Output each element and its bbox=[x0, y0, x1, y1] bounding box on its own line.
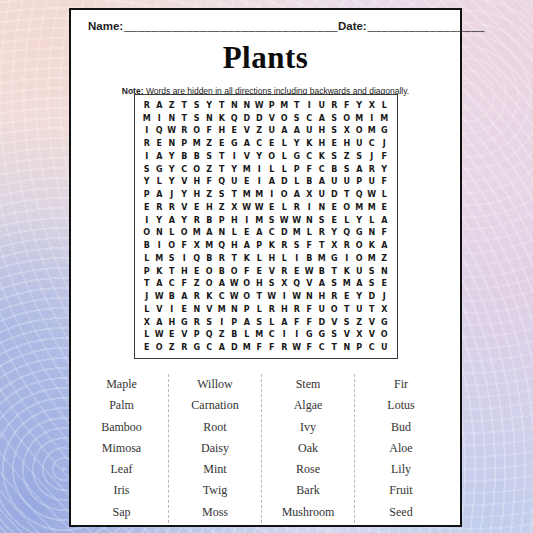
grid-cell[interactable]: O bbox=[353, 239, 366, 252]
grid-cell[interactable]: G bbox=[328, 252, 341, 265]
grid-cell[interactable]: T bbox=[228, 252, 241, 265]
grid-cell[interactable]: P bbox=[266, 99, 279, 112]
grid-cell[interactable]: L bbox=[378, 188, 391, 201]
grid-cell[interactable]: U bbox=[316, 99, 329, 112]
grid-cell[interactable]: I bbox=[166, 303, 179, 316]
grid-cell[interactable]: Q bbox=[228, 112, 241, 125]
grid-cell[interactable]: M bbox=[291, 227, 304, 240]
grid-cell[interactable]: O bbox=[341, 112, 354, 125]
grid-cell[interactable]: S bbox=[328, 125, 341, 138]
grid-cell[interactable]: V bbox=[153, 303, 166, 316]
grid-cell[interactable]: R bbox=[328, 290, 341, 303]
grid-cell[interactable]: M bbox=[353, 201, 366, 214]
grid-cell[interactable]: A bbox=[241, 239, 254, 252]
grid-cell[interactable]: S bbox=[253, 316, 266, 329]
grid-cell[interactable]: I bbox=[278, 329, 291, 342]
grid-cell[interactable]: J bbox=[378, 137, 391, 150]
grid-cell[interactable]: N bbox=[228, 99, 241, 112]
grid-cell[interactable]: M bbox=[341, 278, 354, 291]
grid-cell[interactable]: T bbox=[328, 265, 341, 278]
grid-cell[interactable]: T bbox=[216, 150, 229, 163]
grid-cell[interactable]: H bbox=[191, 176, 204, 189]
grid-cell[interactable]: S bbox=[328, 278, 341, 291]
grid-cell[interactable]: E bbox=[328, 201, 341, 214]
grid-cell[interactable]: A bbox=[216, 341, 229, 354]
grid-cell[interactable]: M bbox=[191, 137, 204, 150]
grid-cell[interactable]: C bbox=[316, 163, 329, 176]
grid-cell[interactable]: K bbox=[341, 265, 354, 278]
grid-cell[interactable]: L bbox=[241, 329, 254, 342]
grid-cell[interactable]: E bbox=[178, 303, 191, 316]
grid-cell[interactable]: G bbox=[316, 329, 329, 342]
grid-cell[interactable]: H bbox=[266, 252, 279, 265]
grid-cell[interactable]: F bbox=[266, 341, 279, 354]
grid-cell[interactable]: N bbox=[203, 112, 216, 125]
grid-cell[interactable]: U bbox=[328, 176, 341, 189]
grid-cell[interactable]: E bbox=[328, 214, 341, 227]
grid-cell[interactable]: W bbox=[253, 201, 266, 214]
grid-cell[interactable]: X bbox=[341, 125, 354, 138]
grid-cell[interactable]: A bbox=[316, 112, 329, 125]
grid-cell[interactable]: I bbox=[228, 150, 241, 163]
grid-cell[interactable]: G bbox=[191, 341, 204, 354]
grid-cell[interactable]: Y bbox=[353, 99, 366, 112]
grid-cell[interactable]: A bbox=[216, 278, 229, 291]
grid-cell[interactable]: P bbox=[178, 137, 191, 150]
grid-cell[interactable]: Q bbox=[291, 278, 304, 291]
grid-cell[interactable]: M bbox=[241, 341, 254, 354]
grid-cell[interactable]: Y bbox=[203, 99, 216, 112]
grid-cell[interactable]: K bbox=[216, 112, 229, 125]
grid-cell[interactable]: W bbox=[241, 201, 254, 214]
grid-cell[interactable]: I bbox=[153, 112, 166, 125]
grid-cell[interactable]: X bbox=[328, 239, 341, 252]
grid-cell[interactable]: A bbox=[278, 125, 291, 138]
grid-cell[interactable]: E bbox=[378, 201, 391, 214]
grid-cell[interactable]: A bbox=[203, 227, 216, 240]
grid-cell[interactable]: P bbox=[141, 265, 154, 278]
grid-cell[interactable]: A bbox=[153, 316, 166, 329]
grid-cell[interactable]: V bbox=[366, 329, 379, 342]
grid-cell[interactable]: F bbox=[178, 278, 191, 291]
grid-cell[interactable]: T bbox=[366, 303, 379, 316]
grid-cell[interactable]: D bbox=[328, 188, 341, 201]
grid-cell[interactable]: D bbox=[253, 112, 266, 125]
grid-cell[interactable]: L bbox=[141, 303, 154, 316]
grid-cell[interactable]: U bbox=[353, 137, 366, 150]
grid-cell[interactable]: R bbox=[141, 137, 154, 150]
grid-cell[interactable]: F bbox=[303, 239, 316, 252]
grid-cell[interactable]: S bbox=[328, 150, 341, 163]
grid-cell[interactable]: O bbox=[191, 163, 204, 176]
grid-cell[interactable]: L bbox=[303, 227, 316, 240]
grid-cell[interactable]: U bbox=[228, 176, 241, 189]
grid-cell[interactable]: C bbox=[253, 137, 266, 150]
grid-cell[interactable]: B bbox=[191, 150, 204, 163]
grid-cell[interactable]: V bbox=[303, 278, 316, 291]
grid-cell[interactable]: B bbox=[216, 265, 229, 278]
grid-cell[interactable]: P bbox=[353, 176, 366, 189]
grid-cell[interactable]: N bbox=[166, 137, 179, 150]
grid-cell[interactable]: J bbox=[378, 290, 391, 303]
grid-cell[interactable]: H bbox=[341, 137, 354, 150]
grid-cell[interactable]: D bbox=[241, 112, 254, 125]
grid-cell[interactable]: U bbox=[316, 303, 329, 316]
grid-cell[interactable]: Z bbox=[191, 278, 204, 291]
grid-cell[interactable]: A bbox=[153, 278, 166, 291]
grid-cell[interactable]: V bbox=[266, 112, 279, 125]
grid-cell[interactable]: L bbox=[266, 163, 279, 176]
grid-cell[interactable]: I bbox=[303, 99, 316, 112]
grid-cell[interactable]: G bbox=[153, 163, 166, 176]
grid-cell[interactable]: P bbox=[353, 341, 366, 354]
grid-cell[interactable]: E bbox=[141, 201, 154, 214]
grid-cell[interactable]: H bbox=[253, 278, 266, 291]
grid-cell[interactable]: Y bbox=[166, 163, 179, 176]
grid-cell[interactable]: O bbox=[353, 252, 366, 265]
grid-cell[interactable]: Z bbox=[203, 137, 216, 150]
grid-cell[interactable]: M bbox=[316, 252, 329, 265]
grid-cell[interactable]: L bbox=[278, 252, 291, 265]
grid-cell[interactable]: C bbox=[216, 290, 229, 303]
grid-cell[interactable]: I bbox=[253, 163, 266, 176]
grid-cell[interactable]: X bbox=[278, 278, 291, 291]
grid-cell[interactable]: T bbox=[253, 290, 266, 303]
grid-cell[interactable]: O bbox=[178, 227, 191, 240]
grid-cell[interactable]: P bbox=[291, 163, 304, 176]
grid-cell[interactable]: A bbox=[316, 176, 329, 189]
grid-cell[interactable]: X bbox=[303, 188, 316, 201]
grid-cell[interactable]: J bbox=[141, 290, 154, 303]
grid-cell[interactable]: O bbox=[203, 278, 216, 291]
grid-cell[interactable]: G bbox=[228, 137, 241, 150]
grid-cell[interactable]: A bbox=[153, 150, 166, 163]
grid-cell[interactable]: Z bbox=[216, 329, 229, 342]
grid-cell[interactable]: L bbox=[228, 227, 241, 240]
grid-cell[interactable]: P bbox=[191, 329, 204, 342]
grid-cell[interactable]: M bbox=[253, 188, 266, 201]
grid-cell[interactable]: E bbox=[241, 227, 254, 240]
grid-cell[interactable]: W bbox=[291, 341, 304, 354]
grid-cell[interactable]: Q bbox=[153, 125, 166, 138]
grid-cell[interactable]: A bbox=[253, 227, 266, 240]
grid-cell[interactable]: M bbox=[153, 252, 166, 265]
grid-cell[interactable]: I bbox=[153, 239, 166, 252]
grid-cell[interactable]: B bbox=[203, 252, 216, 265]
grid-cell[interactable]: O bbox=[228, 265, 241, 278]
grid-cell[interactable]: L bbox=[266, 316, 279, 329]
grid-cell[interactable]: V bbox=[241, 125, 254, 138]
grid-cell[interactable]: M bbox=[366, 252, 379, 265]
grid-cell[interactable]: S bbox=[216, 188, 229, 201]
grid-cell[interactable]: V bbox=[178, 176, 191, 189]
grid-cell[interactable]: I bbox=[141, 214, 154, 227]
grid-cell[interactable]: E bbox=[266, 201, 279, 214]
grid-cell[interactable]: T bbox=[216, 99, 229, 112]
grid-cell[interactable]: W bbox=[228, 278, 241, 291]
grid-cell[interactable]: M bbox=[191, 227, 204, 240]
grid-cell[interactable]: Q bbox=[216, 239, 229, 252]
grid-cell[interactable]: K bbox=[203, 290, 216, 303]
grid-cell[interactable]: O bbox=[278, 112, 291, 125]
grid-cell[interactable]: R bbox=[178, 125, 191, 138]
grid-cell[interactable]: H bbox=[316, 137, 329, 150]
grid-cell[interactable]: W bbox=[153, 329, 166, 342]
grid-cell[interactable]: B bbox=[303, 176, 316, 189]
grid-cell[interactable]: M bbox=[378, 112, 391, 125]
grid-cell[interactable]: L bbox=[278, 150, 291, 163]
grid-cell[interactable]: Y bbox=[141, 176, 154, 189]
grid-cell[interactable]: S bbox=[316, 214, 329, 227]
grid-cell[interactable]: Z bbox=[166, 99, 179, 112]
grid-cell[interactable]: L bbox=[278, 137, 291, 150]
grid-cell[interactable]: F bbox=[378, 150, 391, 163]
grid-cell[interactable]: L bbox=[141, 252, 154, 265]
grid-cell[interactable]: Q bbox=[341, 227, 354, 240]
grid-cell[interactable]: F bbox=[303, 163, 316, 176]
grid-cell[interactable]: T bbox=[141, 278, 154, 291]
grid-cell[interactable]: O bbox=[341, 201, 354, 214]
grid-cell[interactable]: E bbox=[253, 265, 266, 278]
grid-cell[interactable]: A bbox=[378, 239, 391, 252]
grid-cell[interactable]: T bbox=[228, 188, 241, 201]
grid-cell[interactable]: X bbox=[191, 239, 204, 252]
grid-cell[interactable]: D bbox=[278, 227, 291, 240]
grid-cell[interactable]: L bbox=[253, 252, 266, 265]
grid-cell[interactable]: S bbox=[191, 112, 204, 125]
grid-cell[interactable]: M bbox=[203, 239, 216, 252]
grid-cell[interactable]: R bbox=[166, 201, 179, 214]
grid-cell[interactable]: M bbox=[241, 188, 254, 201]
grid-cell[interactable]: R bbox=[191, 316, 204, 329]
grid-cell[interactable]: L bbox=[141, 329, 154, 342]
grid-cell[interactable]: B bbox=[141, 239, 154, 252]
grid-cell[interactable]: M bbox=[241, 163, 254, 176]
grid-cell[interactable]: I bbox=[341, 252, 354, 265]
grid-cell[interactable]: V bbox=[203, 303, 216, 316]
grid-cell[interactable]: W bbox=[303, 265, 316, 278]
grid-cell[interactable]: C bbox=[366, 137, 379, 150]
grid-cell[interactable]: O bbox=[241, 278, 254, 291]
grid-cell[interactable]: A bbox=[378, 214, 391, 227]
grid-cell[interactable]: X bbox=[378, 303, 391, 316]
grid-cell[interactable]: K bbox=[316, 150, 329, 163]
grid-cell[interactable]: F bbox=[303, 316, 316, 329]
grid-cell[interactable]: A bbox=[178, 290, 191, 303]
grid-cell[interactable]: H bbox=[203, 201, 216, 214]
grid-cell[interactable]: M bbox=[141, 112, 154, 125]
grid-cell[interactable]: V bbox=[241, 150, 254, 163]
grid-cell[interactable]: W bbox=[153, 290, 166, 303]
grid-cell[interactable]: Y bbox=[291, 137, 304, 150]
grid-cell[interactable]: Y bbox=[378, 163, 391, 176]
grid-cell[interactable]: L bbox=[166, 227, 179, 240]
grid-cell[interactable]: S bbox=[366, 265, 379, 278]
grid-cell[interactable]: N bbox=[303, 290, 316, 303]
grid-cell[interactable]: Z bbox=[203, 163, 216, 176]
grid-cell[interactable]: L bbox=[153, 176, 166, 189]
grid-cell[interactable]: I bbox=[291, 329, 304, 342]
grid-cell[interactable]: M bbox=[253, 214, 266, 227]
grid-cell[interactable]: A bbox=[166, 214, 179, 227]
grid-cell[interactable]: N bbox=[228, 303, 241, 316]
grid-cell[interactable]: F bbox=[341, 99, 354, 112]
grid-cell[interactable]: A bbox=[241, 316, 254, 329]
grid-cell[interactable]: R bbox=[141, 99, 154, 112]
grid-cell[interactable]: H bbox=[316, 290, 329, 303]
grid-cell[interactable]: S bbox=[166, 252, 179, 265]
grid-cell[interactable]: U bbox=[366, 176, 379, 189]
grid-cell[interactable]: S bbox=[266, 278, 279, 291]
grid-cell[interactable]: U bbox=[266, 125, 279, 138]
grid-cell[interactable]: B bbox=[228, 329, 241, 342]
grid-cell[interactable]: V bbox=[366, 316, 379, 329]
grid-cell[interactable]: L bbox=[291, 176, 304, 189]
grid-cell[interactable]: I bbox=[253, 176, 266, 189]
grid-cell[interactable]: W bbox=[291, 290, 304, 303]
grid-cell[interactable]: W bbox=[278, 214, 291, 227]
grid-cell[interactable]: N bbox=[191, 303, 204, 316]
grid-cell[interactable]: L bbox=[278, 163, 291, 176]
grid-cell[interactable]: E bbox=[266, 137, 279, 150]
grid-cell[interactable]: N bbox=[316, 201, 329, 214]
grid-cell[interactable]: K bbox=[241, 252, 254, 265]
grid-cell[interactable]: C bbox=[166, 278, 179, 291]
grid-cell[interactable]: T bbox=[316, 239, 329, 252]
grid-cell[interactable]: P bbox=[141, 188, 154, 201]
grid-cell[interactable]: S bbox=[291, 239, 304, 252]
grid-cell[interactable]: O bbox=[378, 329, 391, 342]
grid-cell[interactable]: T bbox=[291, 99, 304, 112]
grid-cell[interactable]: G bbox=[303, 329, 316, 342]
grid-cell[interactable]: P bbox=[241, 303, 254, 316]
grid-cell[interactable]: W bbox=[266, 290, 279, 303]
grid-cell[interactable]: F bbox=[291, 316, 304, 329]
grid-cell[interactable]: M bbox=[278, 99, 291, 112]
grid-cell[interactable]: K bbox=[366, 239, 379, 252]
grid-cell[interactable]: L bbox=[366, 214, 379, 227]
grid-cell[interactable]: R bbox=[191, 214, 204, 227]
grid-cell[interactable]: O bbox=[166, 239, 179, 252]
grid-cell[interactable]: K bbox=[266, 239, 279, 252]
grid-cell[interactable]: I bbox=[291, 252, 304, 265]
grid-cell[interactable]: X bbox=[353, 329, 366, 342]
grid-cell[interactable]: Q bbox=[203, 329, 216, 342]
grid-cell[interactable]: P bbox=[216, 214, 229, 227]
grid-cell[interactable]: O bbox=[328, 303, 341, 316]
grid-cell[interactable]: A bbox=[278, 316, 291, 329]
grid-cell[interactable]: E bbox=[191, 201, 204, 214]
grid-cell[interactable]: X bbox=[366, 99, 379, 112]
grid-cell[interactable]: R bbox=[266, 303, 279, 316]
grid-cell[interactable]: Y bbox=[353, 290, 366, 303]
grid-cell[interactable]: E bbox=[341, 290, 354, 303]
grid-cell[interactable]: Y bbox=[166, 176, 179, 189]
grid-cell[interactable]: I bbox=[241, 214, 254, 227]
grid-cell[interactable]: B bbox=[178, 150, 191, 163]
grid-cell[interactable]: C bbox=[266, 329, 279, 342]
grid-cell[interactable]: O bbox=[203, 265, 216, 278]
grid-cell[interactable]: U bbox=[341, 176, 354, 189]
grid-cell[interactable]: Y bbox=[153, 214, 166, 227]
grid-cell[interactable]: N bbox=[166, 112, 179, 125]
grid-cell[interactable]: H bbox=[216, 125, 229, 138]
grid-cell[interactable]: N bbox=[153, 227, 166, 240]
grid-cell[interactable]: Z bbox=[216, 201, 229, 214]
grid-cell[interactable]: Y bbox=[353, 214, 366, 227]
grid-cell[interactable]: G bbox=[353, 227, 366, 240]
grid-cell[interactable]: S bbox=[191, 99, 204, 112]
grid-cell[interactable]: G bbox=[378, 316, 391, 329]
grid-cell[interactable]: I bbox=[266, 188, 279, 201]
grid-cell[interactable]: T bbox=[166, 265, 179, 278]
grid-cell[interactable]: A bbox=[241, 137, 254, 150]
grid-cell[interactable]: N bbox=[241, 99, 254, 112]
grid-cell[interactable]: I bbox=[303, 201, 316, 214]
grid-cell[interactable]: W bbox=[253, 99, 266, 112]
grid-cell[interactable]: O bbox=[153, 341, 166, 354]
grid-cell[interactable]: O bbox=[278, 188, 291, 201]
grid-cell[interactable]: Z bbox=[253, 125, 266, 138]
grid-cell[interactable]: S bbox=[266, 214, 279, 227]
grid-cell[interactable]: L bbox=[278, 201, 291, 214]
grid-cell[interactable]: O bbox=[141, 227, 154, 240]
grid-cell[interactable]: C bbox=[178, 163, 191, 176]
grid-cell[interactable]: S bbox=[291, 112, 304, 125]
grid-cell[interactable]: U bbox=[378, 341, 391, 354]
grid-cell[interactable]: T bbox=[341, 188, 354, 201]
grid-cell[interactable]: H bbox=[278, 303, 291, 316]
grid-cell[interactable]: F bbox=[178, 239, 191, 252]
grid-cell[interactable]: O bbox=[266, 150, 279, 163]
grid-cell[interactable]: L bbox=[378, 99, 391, 112]
grid-cell[interactable]: R bbox=[278, 341, 291, 354]
grid-cell[interactable]: V bbox=[341, 329, 354, 342]
grid-cell[interactable]: H bbox=[228, 214, 241, 227]
grid-cell[interactable]: J bbox=[366, 150, 379, 163]
grid-cell[interactable]: Q bbox=[353, 188, 366, 201]
grid-cell[interactable]: J bbox=[166, 188, 179, 201]
grid-cell[interactable]: E bbox=[153, 137, 166, 150]
grid-cell[interactable]: Z bbox=[203, 188, 216, 201]
grid-cell[interactable]: Y bbox=[178, 214, 191, 227]
grid-cell[interactable]: R bbox=[216, 252, 229, 265]
grid-cell[interactable]: W bbox=[291, 214, 304, 227]
grid-cell[interactable]: G bbox=[178, 316, 191, 329]
grid-cell[interactable]: R bbox=[278, 239, 291, 252]
grid-cell[interactable]: A bbox=[291, 188, 304, 201]
grid-cell[interactable]: I bbox=[278, 290, 291, 303]
grid-cell[interactable]: R bbox=[291, 303, 304, 316]
grid-cell[interactable]: B bbox=[316, 265, 329, 278]
grid-cell[interactable]: A bbox=[153, 99, 166, 112]
grid-cell[interactable]: O bbox=[353, 125, 366, 138]
grid-cell[interactable]: I bbox=[366, 112, 379, 125]
grid-cell[interactable]: R bbox=[366, 163, 379, 176]
grid-cell[interactable]: X bbox=[141, 316, 154, 329]
grid-cell[interactable]: A bbox=[316, 278, 329, 291]
grid-cell[interactable]: U bbox=[303, 125, 316, 138]
grid-cell[interactable]: E bbox=[378, 278, 391, 291]
grid-cell[interactable]: S bbox=[366, 278, 379, 291]
grid-cell[interactable]: E bbox=[166, 329, 179, 342]
grid-cell[interactable]: V bbox=[178, 201, 191, 214]
grid-cell[interactable]: S bbox=[203, 150, 216, 163]
grid-cell[interactable]: T bbox=[216, 163, 229, 176]
grid-cell[interactable]: C bbox=[266, 227, 279, 240]
grid-cell[interactable]: C bbox=[366, 341, 379, 354]
grid-cell[interactable]: W bbox=[228, 290, 241, 303]
